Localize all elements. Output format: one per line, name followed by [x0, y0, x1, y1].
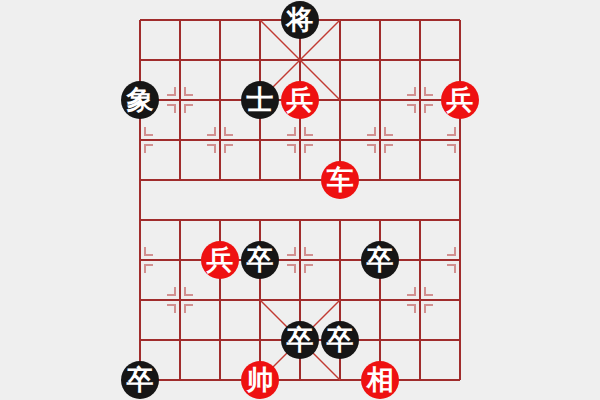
piece-black-soldier[interactable]: 卒 — [281, 321, 319, 359]
piece-red-soldier[interactable]: 兵 — [441, 81, 479, 119]
piece-black-soldier[interactable]: 卒 — [321, 321, 359, 359]
piece-black-soldier[interactable]: 卒 — [241, 241, 279, 279]
piece-black-advisor[interactable]: 士 — [241, 81, 279, 119]
piece-black-soldier[interactable]: 卒 — [361, 241, 399, 279]
piece-black-elephant[interactable]: 象 — [121, 81, 159, 119]
piece-black-soldier[interactable]: 卒 — [121, 361, 159, 399]
piece-red-general[interactable]: 帅 — [241, 361, 279, 399]
xiangqi-board: 将象士兵兵车兵卒卒卒卒卒帅相 — [0, 0, 600, 400]
piece-black-general[interactable]: 将 — [281, 1, 319, 39]
piece-red-chariot[interactable]: 车 — [321, 161, 359, 199]
piece-layer: 将象士兵兵车兵卒卒卒卒卒帅相 — [120, 0, 480, 400]
piece-red-elephant[interactable]: 相 — [361, 361, 399, 399]
piece-red-soldier[interactable]: 兵 — [201, 241, 239, 279]
piece-red-soldier[interactable]: 兵 — [281, 81, 319, 119]
